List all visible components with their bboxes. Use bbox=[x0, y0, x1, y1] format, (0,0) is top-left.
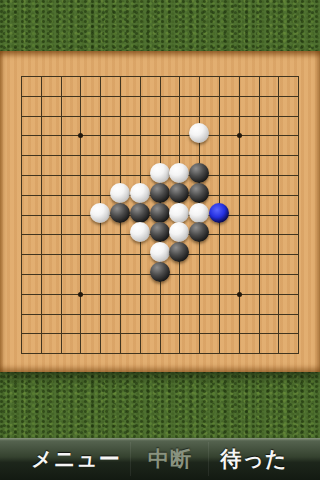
grid-line bbox=[239, 76, 240, 354]
star-point bbox=[78, 292, 83, 297]
black-stone bbox=[189, 163, 209, 183]
white-stone bbox=[130, 222, 150, 242]
app-screen: メニュー 中断 待った bbox=[0, 0, 320, 480]
white-stone bbox=[110, 183, 130, 203]
white-stone bbox=[189, 203, 209, 223]
star-point bbox=[237, 292, 242, 297]
white-stone bbox=[150, 163, 170, 183]
black-stone bbox=[189, 222, 209, 242]
black-stone bbox=[110, 203, 130, 223]
white-stone bbox=[130, 183, 150, 203]
grid-line bbox=[21, 294, 299, 295]
white-stone bbox=[150, 242, 170, 262]
white-stone bbox=[169, 203, 189, 223]
grid-line bbox=[21, 314, 299, 315]
grid-line bbox=[259, 76, 260, 354]
black-stone bbox=[169, 183, 189, 203]
grid-line bbox=[278, 76, 279, 354]
black-stone bbox=[150, 183, 170, 203]
grid-line bbox=[21, 353, 299, 354]
white-stone bbox=[90, 203, 110, 223]
white-stone bbox=[169, 222, 189, 242]
black-stone bbox=[130, 203, 150, 223]
black-stone bbox=[150, 203, 170, 223]
game-board[interactable] bbox=[0, 51, 320, 372]
black-stone bbox=[150, 222, 170, 242]
menu-button[interactable]: メニュー bbox=[18, 438, 134, 480]
black-stone bbox=[150, 262, 170, 282]
grid-line bbox=[21, 333, 299, 334]
star-point bbox=[237, 133, 242, 138]
black-stone bbox=[169, 242, 189, 262]
white-stone bbox=[189, 123, 209, 143]
white-stone bbox=[169, 163, 189, 183]
toolbar: メニュー 中断 待った bbox=[0, 438, 320, 480]
black-stone bbox=[189, 183, 209, 203]
grid-line bbox=[298, 76, 299, 354]
star-point bbox=[78, 133, 83, 138]
undo-button[interactable]: 待った bbox=[206, 438, 302, 480]
suspend-button[interactable]: 中断 bbox=[134, 438, 206, 480]
last-move-stone bbox=[209, 203, 229, 223]
